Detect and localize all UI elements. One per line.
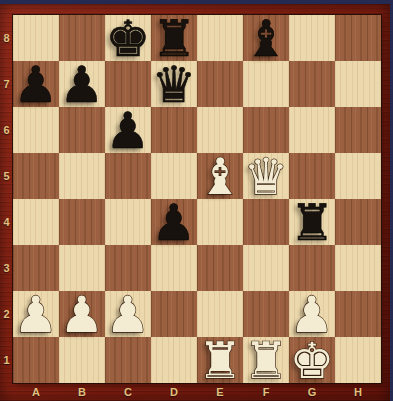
square-e3[interactable] [197, 245, 243, 291]
square-d5[interactable] [151, 153, 197, 199]
square-g2[interactable]: ♟ [289, 291, 335, 337]
rank-label-6: 6 [0, 123, 13, 137]
black-pawn-c6[interactable]: ♟ [106, 108, 151, 154]
square-e7[interactable] [197, 61, 243, 107]
square-e2[interactable] [197, 291, 243, 337]
square-d7[interactable]: ♛ [151, 61, 197, 107]
square-d1[interactable] [151, 337, 197, 383]
square-e8[interactable] [197, 15, 243, 61]
file-label-c: C [105, 386, 151, 399]
rank-label-3: 3 [0, 261, 13, 275]
square-c8[interactable]: ♚ [105, 15, 151, 61]
white-bishop-e5[interactable]: ♝ [198, 154, 243, 200]
square-f2[interactable] [243, 291, 289, 337]
square-d2[interactable] [151, 291, 197, 337]
square-a3[interactable] [13, 245, 59, 291]
square-d8[interactable]: ♜ [151, 15, 197, 61]
rank-label-5: 5 [0, 169, 13, 183]
square-b2[interactable]: ♟ [59, 291, 105, 337]
white-pawn-b2[interactable]: ♟ [60, 292, 105, 338]
black-bishop-f8[interactable]: ♝ [244, 16, 289, 62]
square-h6[interactable] [335, 107, 381, 153]
square-f3[interactable] [243, 245, 289, 291]
square-g8[interactable] [289, 15, 335, 61]
square-g5[interactable] [289, 153, 335, 199]
file-label-b: B [59, 386, 105, 399]
white-king-g1[interactable]: ♚ [290, 338, 335, 384]
square-a5[interactable] [13, 153, 59, 199]
square-f5[interactable]: ♛ [243, 153, 289, 199]
rank-label-8: 8 [0, 31, 13, 45]
rank-label-2: 2 [0, 307, 13, 321]
square-a8[interactable] [13, 15, 59, 61]
black-queen-d7[interactable]: ♛ [152, 62, 197, 108]
square-a2[interactable]: ♟ [13, 291, 59, 337]
file-label-e: E [197, 386, 243, 399]
square-g6[interactable] [289, 107, 335, 153]
white-rook-e1[interactable]: ♜ [198, 338, 243, 384]
square-b7[interactable]: ♟ [59, 61, 105, 107]
square-h5[interactable] [335, 153, 381, 199]
black-pawn-a7[interactable]: ♟ [14, 62, 59, 108]
square-b5[interactable] [59, 153, 105, 199]
square-e5[interactable]: ♝ [197, 153, 243, 199]
square-h2[interactable] [335, 291, 381, 337]
black-pawn-d4[interactable]: ♟ [152, 200, 197, 246]
square-c4[interactable] [105, 199, 151, 245]
square-e1[interactable]: ♜ [197, 337, 243, 383]
square-c6[interactable]: ♟ [105, 107, 151, 153]
square-d4[interactable]: ♟ [151, 199, 197, 245]
black-rook-g4[interactable]: ♜ [290, 200, 335, 246]
square-c2[interactable]: ♟ [105, 291, 151, 337]
square-g1[interactable]: ♚ [289, 337, 335, 383]
square-h7[interactable] [335, 61, 381, 107]
square-h3[interactable] [335, 245, 381, 291]
square-b8[interactable] [59, 15, 105, 61]
file-label-h: H [335, 386, 381, 399]
square-b3[interactable] [59, 245, 105, 291]
file-label-d: D [151, 386, 197, 399]
square-b4[interactable] [59, 199, 105, 245]
chess-app-background: ♚♜♝♟♟♛♟♝♛♟♜♟♟♟♟♜♜♚ 87654321ABCDEFGH [0, 0, 393, 401]
square-c3[interactable] [105, 245, 151, 291]
square-f1[interactable]: ♜ [243, 337, 289, 383]
square-e6[interactable] [197, 107, 243, 153]
rank-label-7: 7 [0, 77, 13, 91]
chess-board: ♚♜♝♟♟♛♟♝♛♟♜♟♟♟♟♜♜♚ [13, 15, 381, 383]
square-h8[interactable] [335, 15, 381, 61]
black-pawn-b7[interactable]: ♟ [60, 62, 105, 108]
white-rook-f1[interactable]: ♜ [244, 338, 289, 384]
square-a4[interactable] [13, 199, 59, 245]
square-g7[interactable] [289, 61, 335, 107]
file-label-f: F [243, 386, 289, 399]
white-queen-f5[interactable]: ♛ [244, 154, 289, 200]
square-h1[interactable] [335, 337, 381, 383]
rank-label-1: 1 [0, 353, 13, 367]
white-pawn-a2[interactable]: ♟ [14, 292, 59, 338]
white-pawn-c2[interactable]: ♟ [106, 292, 151, 338]
rank-label-4: 4 [0, 215, 13, 229]
file-label-g: G [289, 386, 335, 399]
file-label-a: A [13, 386, 59, 399]
black-king-c8[interactable]: ♚ [106, 16, 151, 62]
square-f8[interactable]: ♝ [243, 15, 289, 61]
square-a7[interactable]: ♟ [13, 61, 59, 107]
square-f6[interactable] [243, 107, 289, 153]
square-g4[interactable]: ♜ [289, 199, 335, 245]
square-h4[interactable] [335, 199, 381, 245]
